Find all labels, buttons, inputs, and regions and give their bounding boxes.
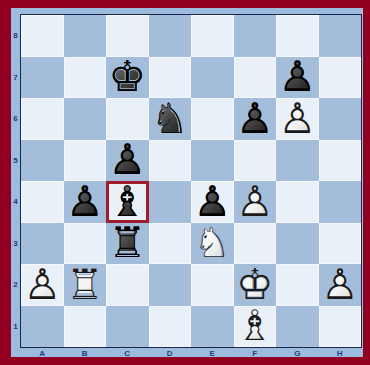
square-h6[interactable]	[319, 98, 362, 140]
file-label-b: B	[64, 349, 107, 357]
file-labels: ABCDEFGH	[21, 349, 361, 357]
white-pawn[interactable]: ♟♙	[234, 181, 277, 223]
square-c3[interactable]: ♜♖	[106, 223, 149, 265]
square-h4[interactable]	[319, 181, 362, 223]
square-h5[interactable]	[319, 140, 362, 182]
square-d5[interactable]	[149, 140, 192, 182]
rank-label-7: 7	[11, 57, 20, 99]
file-label-f: F	[234, 349, 277, 357]
black-pawn[interactable]: ♟♙	[276, 57, 319, 99]
square-c1[interactable]	[106, 306, 149, 348]
diagram-frame: 87654321 ABCDEFGH ♚♔♟♙♞♘♟♙♟♙♟♙♟♙♝♗♟♙♟♙♜♖…	[0, 0, 370, 365]
white-rook[interactable]: ♜♖	[64, 264, 107, 306]
square-e4[interactable]: ♟♙	[191, 181, 234, 223]
square-f1[interactable]: ♝♗	[234, 306, 277, 348]
square-b4[interactable]: ♟♙	[64, 181, 107, 223]
square-b8[interactable]	[64, 15, 107, 57]
square-h7[interactable]	[319, 57, 362, 99]
square-b1[interactable]	[64, 306, 107, 348]
square-c2[interactable]	[106, 264, 149, 306]
square-a1[interactable]	[21, 306, 64, 348]
square-b2[interactable]: ♜♖	[64, 264, 107, 306]
square-d7[interactable]	[149, 57, 192, 99]
square-a6[interactable]	[21, 98, 64, 140]
square-b3[interactable]	[64, 223, 107, 265]
square-a5[interactable]	[21, 140, 64, 182]
square-f3[interactable]	[234, 223, 277, 265]
square-c5[interactable]: ♟♙	[106, 140, 149, 182]
black-knight[interactable]: ♞♘	[149, 98, 192, 140]
square-h2[interactable]: ♟♙	[319, 264, 362, 306]
square-g6[interactable]: ♟♙	[276, 98, 319, 140]
white-pawn[interactable]: ♟♙	[276, 98, 319, 140]
square-b6[interactable]	[64, 98, 107, 140]
white-knight[interactable]: ♞♘	[191, 223, 234, 265]
square-c4[interactable]: ♝♗	[106, 181, 149, 223]
square-f4[interactable]: ♟♙	[234, 181, 277, 223]
square-g7[interactable]: ♟♙	[276, 57, 319, 99]
square-h3[interactable]	[319, 223, 362, 265]
black-bishop[interactable]: ♝♗	[106, 181, 149, 223]
white-bishop[interactable]: ♝♗	[234, 306, 277, 348]
square-g8[interactable]	[276, 15, 319, 57]
black-pawn[interactable]: ♟♙	[191, 181, 234, 223]
square-h1[interactable]	[319, 306, 362, 348]
square-b5[interactable]	[64, 140, 107, 182]
file-label-a: A	[21, 349, 64, 357]
square-a3[interactable]	[21, 223, 64, 265]
black-pawn[interactable]: ♟♙	[106, 140, 149, 182]
black-pawn[interactable]: ♟♙	[64, 181, 107, 223]
square-f2[interactable]: ♚♔	[234, 264, 277, 306]
square-h8[interactable]	[319, 15, 362, 57]
square-g3[interactable]	[276, 223, 319, 265]
square-f6[interactable]: ♟♙	[234, 98, 277, 140]
white-king[interactable]: ♚♔	[234, 264, 277, 306]
file-label-h: H	[319, 349, 362, 357]
square-f7[interactable]	[234, 57, 277, 99]
square-e3[interactable]: ♞♘	[191, 223, 234, 265]
white-pawn[interactable]: ♟♙	[319, 264, 362, 306]
square-e1[interactable]	[191, 306, 234, 348]
square-d1[interactable]	[149, 306, 192, 348]
square-g1[interactable]	[276, 306, 319, 348]
black-pawn[interactable]: ♟♙	[234, 98, 277, 140]
square-g4[interactable]	[276, 181, 319, 223]
white-pawn[interactable]: ♟♙	[21, 264, 64, 306]
square-d8[interactable]	[149, 15, 192, 57]
square-c6[interactable]	[106, 98, 149, 140]
black-king[interactable]: ♚♔	[106, 57, 149, 99]
rank-label-2: 2	[11, 264, 20, 306]
square-c8[interactable]	[106, 15, 149, 57]
file-label-e: E	[191, 349, 234, 357]
rank-label-5: 5	[11, 140, 20, 182]
rank-label-4: 4	[11, 181, 20, 223]
square-d3[interactable]	[149, 223, 192, 265]
rank-label-8: 8	[11, 15, 20, 57]
square-g5[interactable]	[276, 140, 319, 182]
square-e7[interactable]	[191, 57, 234, 99]
square-c7[interactable]: ♚♔	[106, 57, 149, 99]
square-f8[interactable]	[234, 15, 277, 57]
rank-labels: 87654321	[11, 15, 20, 347]
rank-label-3: 3	[11, 223, 20, 265]
square-g2[interactable]	[276, 264, 319, 306]
chess-board: ♚♔♟♙♞♘♟♙♟♙♟♙♟♙♝♗♟♙♟♙♜♖♞♘♟♙♜♖♚♔♟♙♝♗	[20, 14, 362, 348]
square-a7[interactable]	[21, 57, 64, 99]
file-label-g: G	[276, 349, 319, 357]
square-d4[interactable]	[149, 181, 192, 223]
square-d2[interactable]	[149, 264, 192, 306]
board-margin: 87654321 ABCDEFGH ♚♔♟♙♞♘♟♙♟♙♟♙♟♙♝♗♟♙♟♙♜♖…	[11, 8, 363, 357]
file-label-c: C	[106, 349, 149, 357]
square-e5[interactable]	[191, 140, 234, 182]
rank-label-1: 1	[11, 306, 20, 348]
square-d6[interactable]: ♞♘	[149, 98, 192, 140]
file-label-d: D	[149, 349, 192, 357]
square-f5[interactable]	[234, 140, 277, 182]
square-b7[interactable]	[64, 57, 107, 99]
rank-label-6: 6	[11, 98, 20, 140]
square-a8[interactable]	[21, 15, 64, 57]
square-a4[interactable]	[21, 181, 64, 223]
square-e8[interactable]	[191, 15, 234, 57]
square-e2[interactable]	[191, 264, 234, 306]
black-rook[interactable]: ♜♖	[106, 223, 149, 265]
square-a2[interactable]: ♟♙	[21, 264, 64, 306]
square-e6[interactable]	[191, 98, 234, 140]
